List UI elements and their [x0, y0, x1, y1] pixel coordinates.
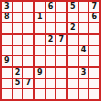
cell-r9c3[interactable]: [23, 89, 33, 99]
cell-r7c4-given[interactable]: 9: [35, 68, 45, 78]
cell-r4c3[interactable]: [23, 35, 33, 45]
cell-r2c2[interactable]: [13, 13, 23, 23]
cell-r4c1[interactable]: [2, 35, 12, 45]
cell-r8c4[interactable]: [35, 79, 45, 89]
cell-r6c7[interactable]: [68, 56, 78, 66]
cell-r4c5-given[interactable]: 2: [46, 35, 56, 45]
cell-r4c7[interactable]: [68, 35, 78, 45]
box-3: 5762: [68, 2, 99, 33]
cell-r9c5[interactable]: [46, 89, 56, 99]
cell-r4c9[interactable]: [89, 35, 99, 45]
cell-r3c1[interactable]: [2, 23, 12, 33]
cell-r3c2[interactable]: [13, 23, 23, 33]
box-2: 61: [35, 2, 66, 33]
cell-r3c8[interactable]: [79, 23, 89, 33]
cell-r3c9[interactable]: [89, 23, 99, 33]
box-4: 9: [2, 35, 33, 66]
cell-r1c1-given[interactable]: 3: [2, 2, 12, 12]
cell-r5c4[interactable]: [35, 46, 45, 56]
cell-r3c7-given[interactable]: 2: [68, 23, 78, 33]
cell-r8c6[interactable]: [56, 79, 66, 89]
cell-r9c6[interactable]: [56, 89, 66, 99]
box-6: 4: [68, 35, 99, 66]
cell-r1c5-given[interactable]: 6: [46, 2, 56, 12]
cell-r1c3[interactable]: [23, 2, 33, 12]
cell-r6c6[interactable]: [56, 56, 66, 66]
cell-r9c9[interactable]: [89, 89, 99, 99]
cell-r4c6-given[interactable]: 7: [56, 35, 66, 45]
cell-r7c3[interactable]: [23, 68, 33, 78]
cell-r5c5[interactable]: [46, 46, 56, 56]
cell-r9c2[interactable]: [13, 89, 23, 99]
cell-r2c7[interactable]: [68, 13, 78, 23]
cell-r6c8[interactable]: [79, 56, 89, 66]
cell-r8c8[interactable]: [79, 79, 89, 89]
cell-r2c4-given[interactable]: 1: [35, 13, 45, 23]
cell-r7c6[interactable]: [56, 68, 66, 78]
box-8: 9: [35, 68, 66, 99]
cell-r7c1[interactable]: [2, 68, 12, 78]
cell-r1c2[interactable]: [13, 2, 23, 12]
cell-r5c9[interactable]: [89, 46, 99, 56]
cell-r5c1[interactable]: [2, 46, 12, 56]
cell-r4c4[interactable]: [35, 35, 45, 45]
cell-r1c8[interactable]: [79, 2, 89, 12]
box-7: 257: [2, 68, 33, 99]
cell-r3c3[interactable]: [23, 23, 33, 33]
cell-r7c8-given[interactable]: 3: [79, 68, 89, 78]
cell-r3c5[interactable]: [46, 23, 56, 33]
cell-r4c8[interactable]: [79, 35, 89, 45]
cell-r9c1[interactable]: [2, 89, 12, 99]
cell-r5c3[interactable]: [23, 46, 33, 56]
cell-r2c9-given[interactable]: 6: [89, 13, 99, 23]
box-9: 3: [68, 68, 99, 99]
cell-r2c6[interactable]: [56, 13, 66, 23]
cell-r8c7[interactable]: [68, 79, 78, 89]
cell-r1c6[interactable]: [56, 2, 66, 12]
cell-r6c3[interactable]: [23, 56, 33, 66]
cell-r8c1[interactable]: [2, 79, 12, 89]
cell-r5c2[interactable]: [13, 46, 23, 56]
cell-r2c1-given[interactable]: 8: [2, 13, 12, 23]
cell-r7c2-given[interactable]: 2: [13, 68, 23, 78]
cell-r9c7[interactable]: [68, 89, 78, 99]
cell-r6c9[interactable]: [89, 56, 99, 66]
cell-r2c3[interactable]: [23, 13, 33, 23]
cell-r6c2[interactable]: [13, 56, 23, 66]
cell-r2c8[interactable]: [79, 13, 89, 23]
cell-r8c9[interactable]: [89, 79, 99, 89]
cell-r5c6[interactable]: [56, 46, 66, 56]
cell-r3c4[interactable]: [35, 23, 45, 33]
cell-r5c8-given[interactable]: 4: [79, 46, 89, 56]
cell-r6c5[interactable]: [46, 56, 56, 66]
cell-r1c7-given[interactable]: 5: [68, 2, 78, 12]
box-5: 27: [35, 35, 66, 66]
cell-r7c9[interactable]: [89, 68, 99, 78]
cell-r6c4[interactable]: [35, 56, 45, 66]
sudoku-board: 38615762927425793: [0, 0, 101, 101]
cell-r3c6[interactable]: [56, 23, 66, 33]
cell-r8c2-given[interactable]: 5: [13, 79, 23, 89]
cell-r8c5[interactable]: [46, 79, 56, 89]
cell-r5c7[interactable]: [68, 46, 78, 56]
cell-r9c8[interactable]: [79, 89, 89, 99]
cell-r7c5[interactable]: [46, 68, 56, 78]
box-1: 38: [2, 2, 33, 33]
cell-r4c2[interactable]: [13, 35, 23, 45]
cell-r8c3-given[interactable]: 7: [23, 79, 33, 89]
cell-r2c5[interactable]: [46, 13, 56, 23]
cell-r9c4[interactable]: [35, 89, 45, 99]
cell-r1c4[interactable]: [35, 2, 45, 12]
cell-r6c1-given[interactable]: 9: [2, 56, 12, 66]
cell-r7c7[interactable]: [68, 68, 78, 78]
cell-r1c9-given[interactable]: 7: [89, 2, 99, 12]
